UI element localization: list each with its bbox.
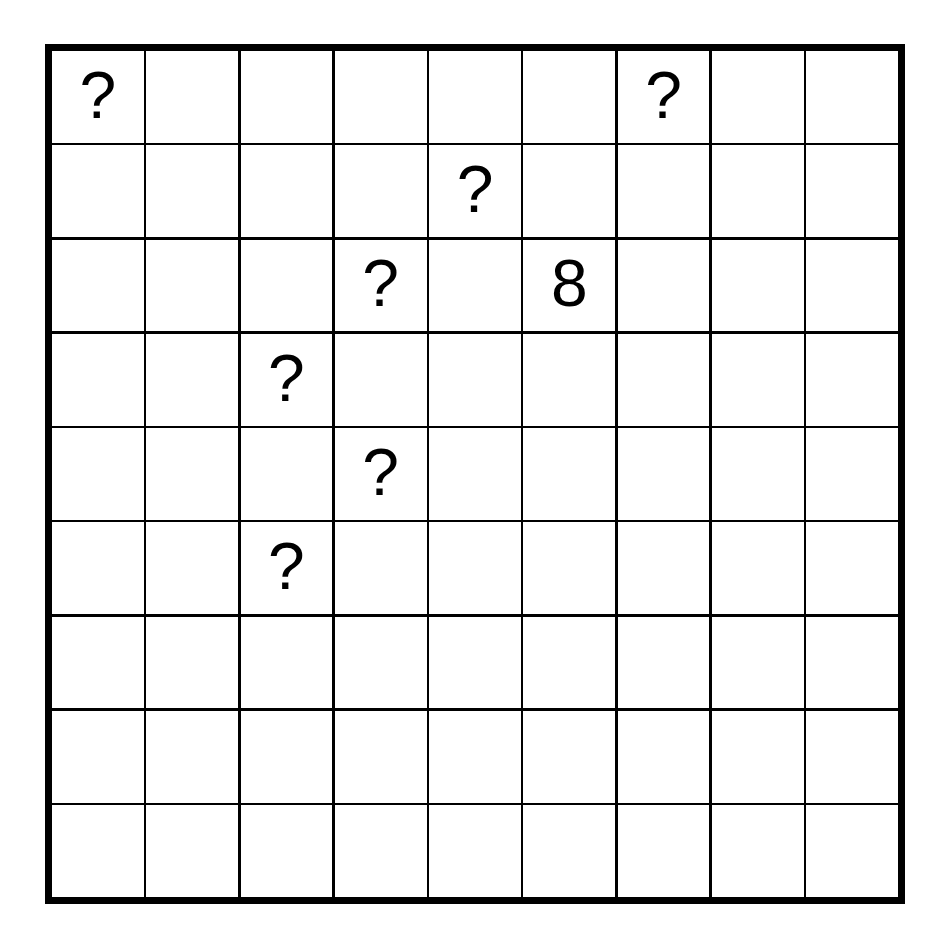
cell-r8c1[interactable] — [52, 711, 144, 803]
cell-r6c6[interactable] — [523, 522, 615, 614]
cell-r2c6[interactable] — [523, 145, 615, 237]
cell-r7c5[interactable] — [429, 617, 521, 709]
cell-r6c9[interactable] — [806, 522, 898, 614]
cell-r9c3[interactable] — [241, 805, 333, 897]
cell-r4c6[interactable] — [523, 334, 615, 426]
cell-r5c5[interactable] — [429, 428, 521, 520]
cell-r7c4[interactable] — [335, 617, 427, 709]
cell-r4c9[interactable] — [806, 334, 898, 426]
cell-r1c5[interactable] — [429, 51, 521, 143]
cell-r1c1[interactable]: ? — [52, 51, 144, 143]
cell-r2c4[interactable] — [335, 145, 427, 237]
cell-r4c5[interactable] — [429, 334, 521, 426]
cell-r9c8[interactable] — [712, 805, 804, 897]
cell-r9c9[interactable] — [806, 805, 898, 897]
cell-r2c2[interactable] — [146, 145, 238, 237]
cell-r9c5[interactable] — [429, 805, 521, 897]
cell-r7c6[interactable] — [523, 617, 615, 709]
puzzle-page: ????8??? — [0, 0, 950, 950]
cell-r6c1[interactable] — [52, 522, 144, 614]
cell-r5c4[interactable]: ? — [335, 428, 427, 520]
cell-r2c7[interactable] — [618, 145, 710, 237]
cell-r1c2[interactable] — [146, 51, 238, 143]
cell-r8c9[interactable] — [806, 711, 898, 803]
cell-r6c4[interactable] — [335, 522, 427, 614]
cell-r4c8[interactable] — [712, 334, 804, 426]
cell-r8c5[interactable] — [429, 711, 521, 803]
cell-r6c5[interactable] — [429, 522, 521, 614]
unknown-mark: ? — [362, 439, 399, 505]
cell-r9c6[interactable] — [523, 805, 615, 897]
cell-r3c6[interactable]: 8 — [523, 240, 615, 332]
unknown-mark: ? — [268, 345, 305, 411]
cell-r4c1[interactable] — [52, 334, 144, 426]
cell-r2c9[interactable] — [806, 145, 898, 237]
cell-r7c2[interactable] — [146, 617, 238, 709]
cell-r9c2[interactable] — [146, 805, 238, 897]
cell-r5c2[interactable] — [146, 428, 238, 520]
cell-r9c7[interactable] — [618, 805, 710, 897]
unknown-mark: ? — [362, 250, 399, 316]
cell-r3c8[interactable] — [712, 240, 804, 332]
cell-r3c3[interactable] — [241, 240, 333, 332]
cell-r3c4[interactable]: ? — [335, 240, 427, 332]
cell-r3c7[interactable] — [618, 240, 710, 332]
cell-r2c5[interactable]: ? — [429, 145, 521, 237]
clue-number: 8 — [551, 250, 588, 316]
cell-r4c2[interactable] — [146, 334, 238, 426]
cell-r6c8[interactable] — [712, 522, 804, 614]
cell-r1c4[interactable] — [335, 51, 427, 143]
cell-r8c6[interactable] — [523, 711, 615, 803]
cell-r1c7[interactable]: ? — [618, 51, 710, 143]
cell-r8c3[interactable] — [241, 711, 333, 803]
cell-r7c1[interactable] — [52, 617, 144, 709]
unknown-mark: ? — [268, 533, 305, 599]
cell-r4c4[interactable] — [335, 334, 427, 426]
cell-r8c7[interactable] — [618, 711, 710, 803]
unknown-mark: ? — [457, 156, 494, 222]
cell-r3c9[interactable] — [806, 240, 898, 332]
cell-r5c1[interactable] — [52, 428, 144, 520]
cell-r7c3[interactable] — [241, 617, 333, 709]
cell-r1c6[interactable] — [523, 51, 615, 143]
unknown-mark: ? — [645, 62, 682, 128]
cell-r3c2[interactable] — [146, 240, 238, 332]
cell-r7c7[interactable] — [618, 617, 710, 709]
cell-r5c6[interactable] — [523, 428, 615, 520]
cell-r1c9[interactable] — [806, 51, 898, 143]
cell-r6c2[interactable] — [146, 522, 238, 614]
cell-r4c7[interactable] — [618, 334, 710, 426]
cell-r8c4[interactable] — [335, 711, 427, 803]
cell-r2c3[interactable] — [241, 145, 333, 237]
cell-r3c1[interactable] — [52, 240, 144, 332]
cell-r4c3[interactable]: ? — [241, 334, 333, 426]
board: ????8??? — [45, 44, 905, 904]
cell-r1c3[interactable] — [241, 51, 333, 143]
cell-r1c8[interactable] — [712, 51, 804, 143]
cell-r7c8[interactable] — [712, 617, 804, 709]
cell-r8c8[interactable] — [712, 711, 804, 803]
cell-r6c3[interactable]: ? — [241, 522, 333, 614]
cell-r8c2[interactable] — [146, 711, 238, 803]
cell-r5c7[interactable] — [618, 428, 710, 520]
cell-r5c8[interactable] — [712, 428, 804, 520]
cell-r3c5[interactable] — [429, 240, 521, 332]
unknown-mark: ? — [80, 62, 117, 128]
cell-r7c9[interactable] — [806, 617, 898, 709]
cell-r9c4[interactable] — [335, 805, 427, 897]
cell-r9c1[interactable] — [52, 805, 144, 897]
cell-r5c3[interactable] — [241, 428, 333, 520]
cell-r2c1[interactable] — [52, 145, 144, 237]
cell-r6c7[interactable] — [618, 522, 710, 614]
cell-r2c8[interactable] — [712, 145, 804, 237]
cell-r5c9[interactable] — [806, 428, 898, 520]
